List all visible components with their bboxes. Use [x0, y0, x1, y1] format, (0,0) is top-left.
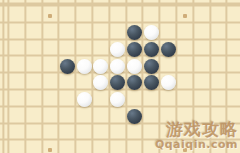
stone-black — [127, 75, 142, 90]
watermark: 游戏攻略 Qqaiqin.com — [155, 120, 238, 151]
gomoku-app: 游戏攻略 Qqaiqin.com — [0, 0, 240, 153]
stone-black — [127, 109, 142, 124]
stone-white — [110, 42, 125, 57]
stone-black — [144, 59, 159, 74]
stone-white — [161, 75, 176, 90]
stone-white — [110, 92, 125, 107]
stone-black — [127, 25, 142, 40]
stone-white — [110, 59, 125, 74]
stone-black — [110, 75, 125, 90]
stone-white — [77, 59, 92, 74]
star-point — [48, 14, 52, 18]
watermark-url: Qqaiqin.com — [155, 139, 238, 151]
stone-white — [127, 59, 142, 74]
stone-black — [60, 59, 75, 74]
star-point — [183, 14, 187, 18]
star-point — [48, 148, 52, 152]
stone-black — [144, 42, 159, 57]
stone-black — [144, 75, 159, 90]
stone-white — [77, 92, 92, 107]
stone-white — [93, 59, 108, 74]
stone-black — [161, 42, 176, 57]
stone-white — [144, 25, 159, 40]
stone-black — [127, 42, 142, 57]
stone-white — [93, 75, 108, 90]
watermark-title: 游戏攻略 — [155, 120, 238, 139]
